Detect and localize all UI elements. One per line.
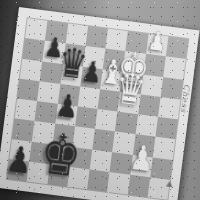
piece-black-queen-c6: ♛ <box>60 48 85 87</box>
piece-white-king-f6: ♚ <box>120 56 145 95</box>
piece-black-king-c1: ♚ <box>47 148 72 187</box>
chessboard-photo: ♟♟♛♟♝♚♛♟♟♟♚ Chess ▲ <box>0 0 200 200</box>
piece-white-pawn-g8: ♟ <box>146 18 171 57</box>
piece-black-pawn-c4: ♟ <box>55 88 80 127</box>
board-corner-logo: ▲ <box>166 180 173 189</box>
piece-black-pawn-a1: ♟ <box>7 143 32 182</box>
chess-board: ♟♟♛♟♝♚♛♟♟♟♚ Chess ▲ <box>0 7 199 200</box>
piece-white-pawn-g2: ♟ <box>130 138 155 177</box>
piece-black-pawn-b7: ♟ <box>42 25 67 64</box>
piece-white-queen-f5: ♛ <box>118 76 143 115</box>
pieces-layer: ♟♟♛♟♝♚♛♟♟♟♚ <box>0 7 199 200</box>
piece-black-pawn-d6: ♟ <box>80 50 105 89</box>
piece-white-bishop-e6: ♝ <box>100 53 125 92</box>
